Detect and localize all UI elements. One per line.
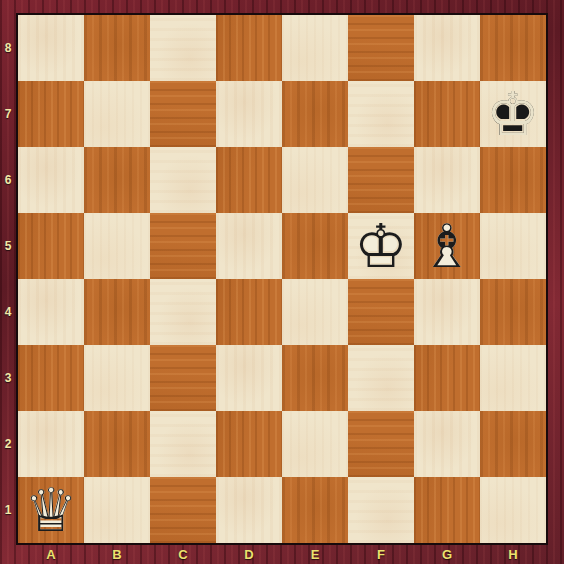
square-c3[interactable] — [150, 345, 216, 411]
square-g3[interactable] — [414, 345, 480, 411]
square-h2[interactable] — [480, 411, 546, 477]
rank-label-3: 3 — [0, 345, 16, 411]
file-labels: ABCDEFGH — [18, 545, 546, 564]
square-a5[interactable] — [18, 213, 84, 279]
square-a7[interactable] — [18, 81, 84, 147]
square-e2[interactable] — [282, 411, 348, 477]
chess-board: ♚♔♚♔♝♗♛♕ — [18, 15, 546, 543]
square-h6[interactable] — [480, 147, 546, 213]
square-a1[interactable]: ♛♕ — [18, 477, 84, 543]
square-e4[interactable] — [282, 279, 348, 345]
square-g7[interactable] — [414, 81, 480, 147]
square-a2[interactable] — [18, 411, 84, 477]
file-label-e: E — [282, 545, 348, 564]
square-f1[interactable] — [348, 477, 414, 543]
file-label-g: G — [414, 545, 480, 564]
white-queen-outline-glyph: ♕ — [18, 477, 84, 543]
square-f6[interactable] — [348, 147, 414, 213]
square-e8[interactable] — [282, 15, 348, 81]
square-b3[interactable] — [84, 345, 150, 411]
square-c7[interactable] — [150, 81, 216, 147]
square-d7[interactable] — [216, 81, 282, 147]
square-b6[interactable] — [84, 147, 150, 213]
square-f3[interactable] — [348, 345, 414, 411]
square-b7[interactable] — [84, 81, 150, 147]
piece-black-king[interactable]: ♚♔ — [480, 81, 546, 147]
square-h3[interactable] — [480, 345, 546, 411]
square-h1[interactable] — [480, 477, 546, 543]
square-d3[interactable] — [216, 345, 282, 411]
square-b8[interactable] — [84, 15, 150, 81]
square-f4[interactable] — [348, 279, 414, 345]
rank-label-1: 1 — [0, 477, 16, 543]
square-e1[interactable] — [282, 477, 348, 543]
square-a6[interactable] — [18, 147, 84, 213]
file-label-b: B — [84, 545, 150, 564]
square-f2[interactable] — [348, 411, 414, 477]
piece-white-king[interactable]: ♚♔ — [348, 213, 414, 279]
file-label-h: H — [480, 545, 546, 564]
square-g8[interactable] — [414, 15, 480, 81]
square-b4[interactable] — [84, 279, 150, 345]
square-e6[interactable] — [282, 147, 348, 213]
square-d1[interactable] — [216, 477, 282, 543]
square-c2[interactable] — [150, 411, 216, 477]
piece-white-bishop[interactable]: ♝♗ — [414, 213, 480, 279]
piece-white-queen[interactable]: ♛♕ — [18, 477, 84, 543]
square-b1[interactable] — [84, 477, 150, 543]
white-king-outline-glyph: ♔ — [348, 213, 414, 279]
rank-label-7: 7 — [0, 81, 16, 147]
square-g6[interactable] — [414, 147, 480, 213]
file-label-d: D — [216, 545, 282, 564]
square-d8[interactable] — [216, 15, 282, 81]
square-a8[interactable] — [18, 15, 84, 81]
square-f7[interactable] — [348, 81, 414, 147]
rank-labels: 87654321 — [0, 15, 16, 543]
rank-label-6: 6 — [0, 147, 16, 213]
square-f5[interactable]: ♚♔ — [348, 213, 414, 279]
square-e3[interactable] — [282, 345, 348, 411]
square-d2[interactable] — [216, 411, 282, 477]
square-a3[interactable] — [18, 345, 84, 411]
square-c6[interactable] — [150, 147, 216, 213]
square-e7[interactable] — [282, 81, 348, 147]
square-c5[interactable] — [150, 213, 216, 279]
square-b5[interactable] — [84, 213, 150, 279]
file-label-a: A — [18, 545, 84, 564]
rank-label-8: 8 — [0, 15, 16, 81]
square-h5[interactable] — [480, 213, 546, 279]
square-c8[interactable] — [150, 15, 216, 81]
rank-label-4: 4 — [0, 279, 16, 345]
rank-label-5: 5 — [0, 213, 16, 279]
square-h7[interactable]: ♚♔ — [480, 81, 546, 147]
square-d4[interactable] — [216, 279, 282, 345]
file-label-c: C — [150, 545, 216, 564]
square-f8[interactable] — [348, 15, 414, 81]
square-a4[interactable] — [18, 279, 84, 345]
square-h4[interactable] — [480, 279, 546, 345]
square-d6[interactable] — [216, 147, 282, 213]
square-c4[interactable] — [150, 279, 216, 345]
square-e5[interactable] — [282, 213, 348, 279]
chessboard-frame: ♚♔♚♔♝♗♛♕ — [16, 13, 548, 545]
white-bishop-outline-glyph: ♗ — [414, 213, 480, 279]
square-g4[interactable] — [414, 279, 480, 345]
square-h8[interactable] — [480, 15, 546, 81]
square-g1[interactable] — [414, 477, 480, 543]
square-d5[interactable] — [216, 213, 282, 279]
black-king-outline-glyph: ♔ — [480, 81, 546, 147]
rank-label-2: 2 — [0, 411, 16, 477]
square-b2[interactable] — [84, 411, 150, 477]
square-c1[interactable] — [150, 477, 216, 543]
square-g5[interactable]: ♝♗ — [414, 213, 480, 279]
file-label-f: F — [348, 545, 414, 564]
square-g2[interactable] — [414, 411, 480, 477]
